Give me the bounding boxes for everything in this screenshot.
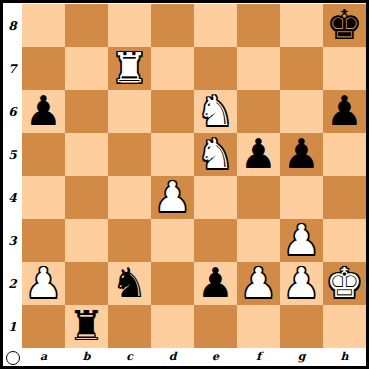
square-a1[interactable] [22, 305, 65, 348]
square-d3[interactable] [151, 219, 194, 262]
square-g3[interactable]: ♟ [280, 219, 323, 262]
square-b4[interactable] [65, 176, 108, 219]
square-h7[interactable] [323, 47, 366, 90]
square-f5[interactable]: ♟ [237, 133, 280, 176]
file-label-f: f [237, 348, 280, 365]
square-h4[interactable] [323, 176, 366, 219]
square-d4[interactable]: ♟ [151, 176, 194, 219]
piece-white-pawn-g3[interactable]: ♟ [283, 219, 320, 262]
square-g7[interactable] [280, 47, 323, 90]
square-f3[interactable] [237, 219, 280, 262]
square-b1[interactable]: ♜ [65, 305, 108, 348]
piece-white-pawn-g2[interactable]: ♟ [283, 262, 320, 305]
square-c3[interactable] [108, 219, 151, 262]
square-c5[interactable] [108, 133, 151, 176]
square-b8[interactable] [65, 4, 108, 47]
square-h6[interactable]: ♟ [323, 90, 366, 133]
square-c6[interactable] [108, 90, 151, 133]
rank-label-8: 8 [3, 4, 22, 47]
piece-black-pawn-a6[interactable]: ♟ [25, 90, 62, 133]
square-d2[interactable] [151, 262, 194, 305]
square-h1[interactable] [323, 305, 366, 348]
square-c2[interactable]: ♞ [108, 262, 151, 305]
file-label-g: g [280, 348, 323, 365]
rank-label-2: 2 [3, 262, 22, 305]
square-a4[interactable] [22, 176, 65, 219]
square-c8[interactable] [108, 4, 151, 47]
square-c4[interactable] [108, 176, 151, 219]
square-e3[interactable] [194, 219, 237, 262]
file-label-c: c [108, 348, 151, 365]
square-d7[interactable] [151, 47, 194, 90]
white-to-move-indicator [6, 351, 20, 365]
square-f7[interactable] [237, 47, 280, 90]
square-f6[interactable] [237, 90, 280, 133]
square-a5[interactable] [22, 133, 65, 176]
piece-white-rook-c7[interactable]: ♜ [111, 47, 148, 90]
piece-black-pawn-f5[interactable]: ♟ [240, 133, 277, 176]
square-g4[interactable] [280, 176, 323, 219]
square-g6[interactable] [280, 90, 323, 133]
square-h8[interactable]: ♚ [323, 4, 366, 47]
square-f1[interactable] [237, 305, 280, 348]
rank-label-6: 6 [3, 90, 22, 133]
piece-black-pawn-e2[interactable]: ♟ [197, 262, 234, 305]
square-a6[interactable]: ♟ [22, 90, 65, 133]
square-b5[interactable] [65, 133, 108, 176]
square-b2[interactable] [65, 262, 108, 305]
square-a2[interactable]: ♟ [22, 262, 65, 305]
square-e6[interactable]: ♞ [194, 90, 237, 133]
square-h5[interactable] [323, 133, 366, 176]
square-f4[interactable] [237, 176, 280, 219]
piece-white-pawn-a2[interactable]: ♟ [25, 262, 62, 305]
square-c1[interactable] [108, 305, 151, 348]
square-f2[interactable]: ♟ [237, 262, 280, 305]
square-g8[interactable] [280, 4, 323, 47]
piece-black-pawn-g5[interactable]: ♟ [283, 133, 320, 176]
square-b7[interactable] [65, 47, 108, 90]
rank-label-3: 3 [3, 219, 22, 262]
square-f8[interactable] [237, 4, 280, 47]
square-d5[interactable] [151, 133, 194, 176]
square-a7[interactable] [22, 47, 65, 90]
file-label-h: h [323, 348, 366, 365]
square-b3[interactable] [65, 219, 108, 262]
square-e1[interactable] [194, 305, 237, 348]
square-d1[interactable] [151, 305, 194, 348]
piece-black-rook-b1[interactable]: ♜ [68, 305, 105, 348]
board: ♚♜♟♞♟♞♟♟♟♟♟♞♟♟♟♚♜ [22, 4, 366, 348]
chess-diagram: ♚♜♟♞♟♞♟♟♟♟♟♞♟♟♟♚♜ 87654321 abcdefgh [0, 0, 369, 369]
square-e4[interactable] [194, 176, 237, 219]
square-e5[interactable]: ♞ [194, 133, 237, 176]
square-g2[interactable]: ♟ [280, 262, 323, 305]
file-label-e: e [194, 348, 237, 365]
rank-labels: 87654321 [3, 4, 22, 348]
file-label-d: d [151, 348, 194, 365]
square-g5[interactable]: ♟ [280, 133, 323, 176]
square-e2[interactable]: ♟ [194, 262, 237, 305]
piece-white-pawn-f2[interactable]: ♟ [240, 262, 277, 305]
square-e7[interactable] [194, 47, 237, 90]
square-d6[interactable] [151, 90, 194, 133]
piece-black-king-h8[interactable]: ♚ [326, 4, 363, 47]
rank-label-5: 5 [3, 133, 22, 176]
piece-white-pawn-d4[interactable]: ♟ [154, 176, 191, 219]
square-h2[interactable]: ♚ [323, 262, 366, 305]
file-label-b: b [65, 348, 108, 365]
piece-white-knight-e6[interactable]: ♞ [197, 90, 234, 133]
file-labels: abcdefgh [22, 348, 366, 365]
rank-label-1: 1 [3, 305, 22, 348]
rank-label-4: 4 [3, 176, 22, 219]
square-a8[interactable] [22, 4, 65, 47]
file-label-a: a [22, 348, 65, 365]
square-a3[interactable] [22, 219, 65, 262]
piece-black-knight-c2[interactable]: ♞ [111, 262, 148, 305]
piece-white-knight-e5[interactable]: ♞ [197, 133, 234, 176]
square-c7[interactable]: ♜ [108, 47, 151, 90]
piece-white-king-h2[interactable]: ♚ [326, 262, 363, 305]
rank-label-7: 7 [3, 47, 22, 90]
square-g1[interactable] [280, 305, 323, 348]
piece-black-pawn-h6[interactable]: ♟ [326, 90, 363, 133]
square-d8[interactable] [151, 4, 194, 47]
square-h3[interactable] [323, 219, 366, 262]
square-b6[interactable] [65, 90, 108, 133]
square-e8[interactable] [194, 4, 237, 47]
